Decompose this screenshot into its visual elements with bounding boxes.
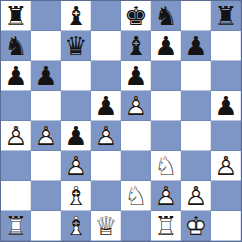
piece-white-rook[interactable]: ♜♖ xyxy=(1,211,31,241)
square-c3[interactable]: ♟♙ xyxy=(61,151,91,181)
piece-outline: ♙ xyxy=(31,121,61,151)
square-h4[interactable] xyxy=(211,121,241,151)
square-c7[interactable]: ♛ xyxy=(61,31,91,61)
piece-outline: ♗ xyxy=(61,181,91,211)
piece-black-rook[interactable]: ♜ xyxy=(211,1,241,31)
piece-white-king[interactable]: ♚♔ xyxy=(181,211,211,241)
piece-glyph: ♟ xyxy=(151,31,181,61)
square-d8[interactable] xyxy=(91,1,121,31)
square-b7[interactable] xyxy=(31,31,61,61)
piece-outline: ♙ xyxy=(1,121,31,151)
piece-outline: ♕ xyxy=(91,211,121,241)
square-d2[interactable] xyxy=(91,181,121,211)
piece-black-pawn[interactable]: ♟ xyxy=(31,61,61,91)
square-c1[interactable]: ♝♗ xyxy=(61,211,91,241)
piece-glyph: ♞ xyxy=(151,1,181,31)
square-a2[interactable] xyxy=(1,181,31,211)
chess-board: ♜♝♚♞♜♞♛♝♟♟♟♟♟♟♟♙♟♟♙♟♙♟♟♙♟♙♞♘♟♙♝♗♞♘♟♙♟♙♜♖… xyxy=(0,0,242,242)
piece-white-pawn[interactable]: ♟♙ xyxy=(91,121,121,151)
square-f4[interactable] xyxy=(151,121,181,151)
piece-glyph: ♝ xyxy=(121,31,151,61)
square-e1[interactable] xyxy=(121,211,151,241)
piece-black-rook[interactable]: ♜ xyxy=(1,1,31,31)
square-d3[interactable] xyxy=(91,151,121,181)
square-b6[interactable]: ♟ xyxy=(31,61,61,91)
piece-outline: ♙ xyxy=(61,151,91,181)
square-g2[interactable]: ♟♙ xyxy=(181,181,211,211)
square-b2[interactable] xyxy=(31,181,61,211)
piece-outline: ♗ xyxy=(61,211,91,241)
piece-glyph: ♟ xyxy=(91,91,121,121)
square-g7[interactable]: ♟ xyxy=(181,31,211,61)
square-c2[interactable]: ♝♗ xyxy=(61,181,91,211)
piece-white-queen[interactable]: ♛♕ xyxy=(91,211,121,241)
square-g1[interactable]: ♚♔ xyxy=(181,211,211,241)
piece-glyph: ♟ xyxy=(31,61,61,91)
piece-black-knight[interactable]: ♞ xyxy=(1,31,31,61)
square-e5[interactable]: ♟♙ xyxy=(121,91,151,121)
square-e3[interactable] xyxy=(121,151,151,181)
piece-glyph: ♝ xyxy=(61,1,91,31)
square-c6[interactable] xyxy=(61,61,91,91)
piece-white-pawn[interactable]: ♟♙ xyxy=(151,181,181,211)
square-d1[interactable]: ♛♕ xyxy=(91,211,121,241)
square-f1[interactable]: ♜♖ xyxy=(151,211,181,241)
piece-glyph: ♟ xyxy=(121,61,151,91)
square-e7[interactable]: ♝ xyxy=(121,31,151,61)
square-h6[interactable] xyxy=(211,61,241,91)
square-g5[interactable] xyxy=(181,91,211,121)
square-c5[interactable] xyxy=(61,91,91,121)
piece-glyph: ♟ xyxy=(181,31,211,61)
square-h5[interactable]: ♟ xyxy=(211,91,241,121)
piece-black-king[interactable]: ♚ xyxy=(121,1,151,31)
square-e2[interactable]: ♞♘ xyxy=(121,181,151,211)
piece-glyph: ♞ xyxy=(1,31,31,61)
piece-white-bishop[interactable]: ♝♗ xyxy=(61,211,91,241)
piece-glyph: ♚ xyxy=(121,1,151,31)
square-f3[interactable]: ♞♘ xyxy=(151,151,181,181)
square-b3[interactable] xyxy=(31,151,61,181)
square-g6[interactable] xyxy=(181,61,211,91)
piece-white-knight[interactable]: ♞♘ xyxy=(151,151,181,181)
square-h2[interactable] xyxy=(211,181,241,211)
piece-black-bishop[interactable]: ♝ xyxy=(61,1,91,31)
square-a8[interactable]: ♜ xyxy=(1,1,31,31)
piece-black-knight[interactable]: ♞ xyxy=(151,1,181,31)
piece-white-pawn[interactable]: ♟♙ xyxy=(61,151,91,181)
piece-black-pawn[interactable]: ♟ xyxy=(61,121,91,151)
square-f5[interactable] xyxy=(151,91,181,121)
piece-white-rook[interactable]: ♜♖ xyxy=(151,211,181,241)
piece-outline: ♙ xyxy=(121,91,151,121)
square-f8[interactable]: ♞ xyxy=(151,1,181,31)
square-e4[interactable] xyxy=(121,121,151,151)
square-a6[interactable]: ♟ xyxy=(1,61,31,91)
square-b4[interactable]: ♟♙ xyxy=(31,121,61,151)
square-g3[interactable] xyxy=(181,151,211,181)
square-d7[interactable] xyxy=(91,31,121,61)
square-a1[interactable]: ♜♖ xyxy=(1,211,31,241)
piece-black-pawn[interactable]: ♟ xyxy=(1,61,31,91)
piece-glyph: ♟ xyxy=(61,121,91,151)
square-f7[interactable]: ♟ xyxy=(151,31,181,61)
piece-outline: ♔ xyxy=(181,211,211,241)
piece-white-knight[interactable]: ♞♘ xyxy=(121,181,151,211)
piece-glyph: ♛ xyxy=(61,31,91,61)
square-a7[interactable]: ♞ xyxy=(1,31,31,61)
square-b5[interactable] xyxy=(31,91,61,121)
piece-black-pawn[interactable]: ♟ xyxy=(91,91,121,121)
piece-outline: ♙ xyxy=(181,181,211,211)
piece-white-pawn[interactable]: ♟♙ xyxy=(121,91,151,121)
piece-outline: ♙ xyxy=(91,121,121,151)
square-h3[interactable]: ♟♙ xyxy=(211,151,241,181)
square-a5[interactable] xyxy=(1,91,31,121)
square-g8[interactable] xyxy=(181,1,211,31)
square-e6[interactable]: ♟ xyxy=(121,61,151,91)
square-c8[interactable]: ♝ xyxy=(61,1,91,31)
piece-black-pawn[interactable]: ♟ xyxy=(211,91,241,121)
piece-white-pawn[interactable]: ♟♙ xyxy=(1,121,31,151)
square-f6[interactable] xyxy=(151,61,181,91)
square-b1[interactable] xyxy=(31,211,61,241)
piece-outline: ♘ xyxy=(151,151,181,181)
piece-black-queen[interactable]: ♛ xyxy=(61,31,91,61)
square-d6[interactable] xyxy=(91,61,121,91)
piece-glyph: ♟ xyxy=(211,91,241,121)
piece-black-bishop[interactable]: ♝ xyxy=(121,31,151,61)
piece-white-pawn[interactable]: ♟♙ xyxy=(31,121,61,151)
piece-white-bishop[interactable]: ♝♗ xyxy=(61,181,91,211)
square-d4[interactable]: ♟♙ xyxy=(91,121,121,151)
square-g4[interactable] xyxy=(181,121,211,151)
piece-black-pawn[interactable]: ♟ xyxy=(121,61,151,91)
piece-white-pawn[interactable]: ♟♙ xyxy=(181,181,211,211)
square-h1[interactable] xyxy=(211,211,241,241)
piece-glyph: ♜ xyxy=(211,1,241,31)
square-h8[interactable]: ♜ xyxy=(211,1,241,31)
piece-white-pawn[interactable]: ♟♙ xyxy=(211,151,241,181)
piece-outline: ♙ xyxy=(151,181,181,211)
piece-outline: ♖ xyxy=(1,211,31,241)
square-e8[interactable]: ♚ xyxy=(121,1,151,31)
piece-outline: ♘ xyxy=(121,181,151,211)
piece-outline: ♙ xyxy=(211,151,241,181)
square-f2[interactable]: ♟♙ xyxy=(151,181,181,211)
square-a4[interactable]: ♟♙ xyxy=(1,121,31,151)
piece-glyph: ♜ xyxy=(1,1,31,31)
square-a3[interactable] xyxy=(1,151,31,181)
square-h7[interactable] xyxy=(211,31,241,61)
piece-outline: ♖ xyxy=(151,211,181,241)
piece-black-pawn[interactable]: ♟ xyxy=(151,31,181,61)
piece-glyph: ♟ xyxy=(1,61,31,91)
piece-black-pawn[interactable]: ♟ xyxy=(181,31,211,61)
square-d5[interactable]: ♟ xyxy=(91,91,121,121)
square-c4[interactable]: ♟ xyxy=(61,121,91,151)
square-b8[interactable] xyxy=(31,1,61,31)
